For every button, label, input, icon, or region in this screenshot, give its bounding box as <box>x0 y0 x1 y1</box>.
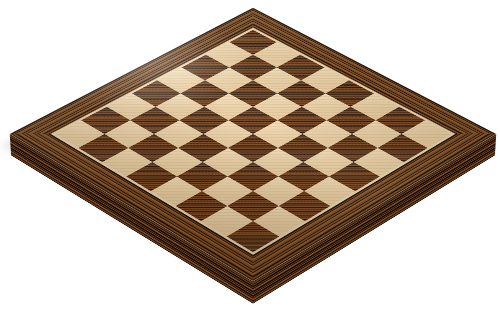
board-top-surface <box>10 8 496 282</box>
maple-inlay-line <box>51 28 455 255</box>
board-square-r6c3 <box>152 148 202 177</box>
board-square-r4c6 <box>278 162 329 191</box>
board-square-r4c4 <box>228 134 278 162</box>
board-square-r4c7 <box>304 177 355 207</box>
board-square-r5c5 <box>228 162 279 191</box>
board-square-r3c7 <box>329 162 380 191</box>
board-square-r7c6 <box>201 206 253 237</box>
board-square-r7c4 <box>151 177 202 207</box>
board-square-r1c7 <box>378 134 428 162</box>
board-frame-lower-left <box>10 123 275 282</box>
board-square-r5c4 <box>203 148 253 177</box>
board-square-r5c7 <box>279 191 331 221</box>
board-square-r7c5 <box>176 191 228 221</box>
photo-background <box>0 0 500 330</box>
board-square-r7c2 <box>102 148 152 177</box>
board-square-r4c5 <box>253 148 303 177</box>
board-square-r6c7 <box>253 206 305 237</box>
board-square-r5c6 <box>253 177 304 207</box>
board-frame-lower-right <box>231 123 496 282</box>
chess-board <box>10 8 496 282</box>
board-square-r2c7 <box>354 148 404 177</box>
board-square-r7c7 <box>227 221 279 252</box>
board-square-r7c1 <box>78 134 128 162</box>
board-square-r6c2 <box>128 134 178 162</box>
board-square-r3c5 <box>278 134 328 162</box>
board-square-r6c4 <box>177 162 228 191</box>
board-square-r2c6 <box>328 134 378 162</box>
board-square-r3c6 <box>303 148 353 177</box>
board-square-r5c3 <box>178 134 228 162</box>
board-square-r7c3 <box>126 162 177 191</box>
board-square-r6c6 <box>227 191 279 221</box>
board-square-r6c5 <box>202 177 253 207</box>
